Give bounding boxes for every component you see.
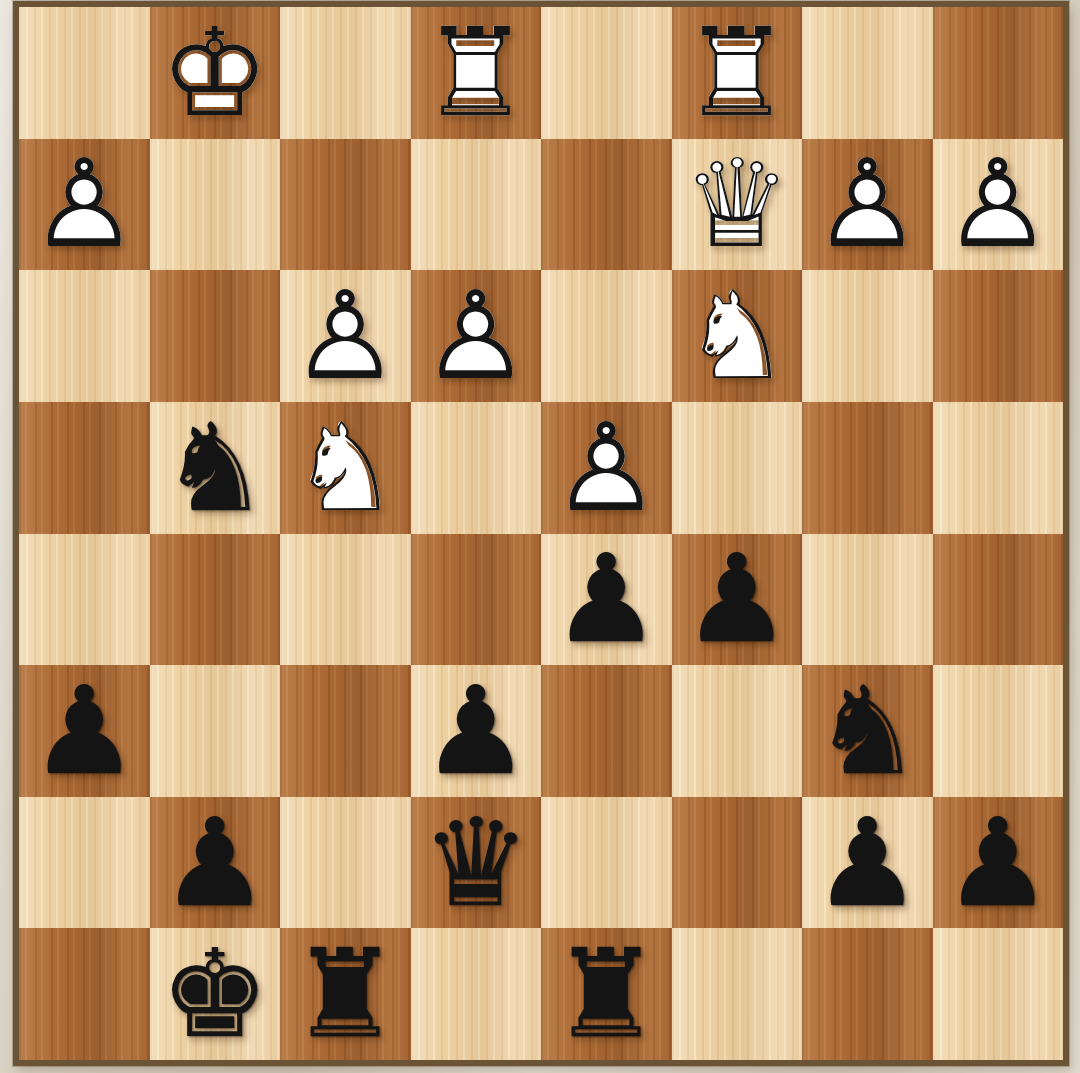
square-b5[interactable]	[802, 534, 933, 666]
white-queen-c2[interactable]: ♛♕	[672, 139, 803, 271]
square-h4[interactable]	[19, 402, 150, 534]
square-c1[interactable]: ♜♖	[672, 7, 803, 139]
square-b7[interactable]: ♟	[802, 797, 933, 929]
pawn-glyph: ♟	[552, 538, 661, 660]
pawn-outline-glyph: ♙	[421, 275, 530, 397]
square-d1[interactable]	[541, 7, 672, 139]
white-knight-c3[interactable]: ♞♘	[672, 270, 803, 402]
black-king-g8[interactable]: ♚	[150, 928, 281, 1060]
square-h6[interactable]: ♟	[19, 665, 150, 797]
white-pawn-d4[interactable]: ♟♙	[541, 402, 672, 534]
square-d5[interactable]: ♟	[541, 534, 672, 666]
square-f6[interactable]	[280, 665, 411, 797]
square-d8[interactable]: ♜	[541, 928, 672, 1060]
pawn-glyph: ♟	[813, 802, 922, 924]
black-queen-e7[interactable]: ♛	[411, 797, 542, 929]
square-d4[interactable]: ♟♙	[541, 402, 672, 534]
square-g7[interactable]: ♟	[150, 797, 281, 929]
black-pawn-e6[interactable]: ♟	[411, 665, 542, 797]
square-e1[interactable]: ♜♖	[411, 7, 542, 139]
square-b8[interactable]	[802, 928, 933, 1060]
square-e2[interactable]	[411, 139, 542, 271]
white-pawn-f3[interactable]: ♟♙	[280, 270, 411, 402]
chess-board-grid: ♚♔♜♖♜♖♟♙♛♕♟♙♟♙♟♙♟♙♞♘♞♞♘♟♙♟♟♟♟♞♟♛♟♟♚♜♜	[19, 7, 1063, 1060]
square-f8[interactable]: ♜	[280, 928, 411, 1060]
king-outline-glyph: ♔	[160, 12, 269, 134]
square-c5[interactable]: ♟	[672, 534, 803, 666]
square-f5[interactable]	[280, 534, 411, 666]
square-b2[interactable]: ♟♙	[802, 139, 933, 271]
square-h3[interactable]	[19, 270, 150, 402]
square-d2[interactable]	[541, 139, 672, 271]
square-e8[interactable]	[411, 928, 542, 1060]
pawn-outline-glyph: ♙	[943, 143, 1052, 265]
square-f2[interactable]	[280, 139, 411, 271]
pawn-glyph: ♟	[160, 802, 269, 924]
queen-glyph: ♛	[421, 802, 530, 924]
square-e6[interactable]: ♟	[411, 665, 542, 797]
white-pawn-e3[interactable]: ♟♙	[411, 270, 542, 402]
square-g4[interactable]: ♞	[150, 402, 281, 534]
knight-glyph: ♞	[160, 407, 269, 529]
square-a3[interactable]	[933, 270, 1064, 402]
square-e5[interactable]	[411, 534, 542, 666]
square-a8[interactable]	[933, 928, 1064, 1060]
black-pawn-b7[interactable]: ♟	[802, 797, 933, 929]
pawn-glyph: ♟	[682, 538, 791, 660]
square-b1[interactable]	[802, 7, 933, 139]
square-g5[interactable]	[150, 534, 281, 666]
king-glyph: ♚	[160, 933, 269, 1055]
knight-glyph: ♞	[813, 670, 922, 792]
square-a2[interactable]: ♟♙	[933, 139, 1064, 271]
black-knight-b6[interactable]: ♞	[802, 665, 933, 797]
square-c3[interactable]: ♞♘	[672, 270, 803, 402]
square-f1[interactable]	[280, 7, 411, 139]
square-a7[interactable]: ♟	[933, 797, 1064, 929]
pawn-outline-glyph: ♙	[291, 275, 400, 397]
white-rook-c1[interactable]: ♜♖	[672, 7, 803, 139]
chess-board: ♚♔♜♖♜♖♟♙♛♕♟♙♟♙♟♙♟♙♞♘♞♞♘♟♙♟♟♟♟♞♟♛♟♟♚♜♜	[13, 1, 1069, 1066]
pawn-outline-glyph: ♙	[30, 143, 139, 265]
black-pawn-d5[interactable]: ♟	[541, 534, 672, 666]
black-rook-d8[interactable]: ♜	[541, 928, 672, 1060]
square-f7[interactable]	[280, 797, 411, 929]
square-d6[interactable]	[541, 665, 672, 797]
square-b4[interactable]	[802, 402, 933, 534]
square-c7[interactable]	[672, 797, 803, 929]
rook-outline-glyph: ♖	[682, 12, 791, 134]
rook-outline-glyph: ♖	[421, 12, 530, 134]
white-pawn-h2[interactable]: ♟♙	[19, 139, 150, 271]
square-f4[interactable]: ♞♘	[280, 402, 411, 534]
square-g2[interactable]	[150, 139, 281, 271]
square-g1[interactable]: ♚♔	[150, 7, 281, 139]
pawn-outline-glyph: ♙	[552, 407, 661, 529]
pawn-glyph: ♟	[421, 670, 530, 792]
square-e3[interactable]: ♟♙	[411, 270, 542, 402]
square-d7[interactable]	[541, 797, 672, 929]
square-a6[interactable]	[933, 665, 1064, 797]
square-h7[interactable]	[19, 797, 150, 929]
square-h8[interactable]	[19, 928, 150, 1060]
pawn-glyph: ♟	[30, 670, 139, 792]
black-pawn-c5[interactable]: ♟	[672, 534, 803, 666]
queen-outline-glyph: ♕	[682, 143, 791, 265]
square-c6[interactable]	[672, 665, 803, 797]
square-h2[interactable]: ♟♙	[19, 139, 150, 271]
square-f3[interactable]: ♟♙	[280, 270, 411, 402]
square-c4[interactable]	[672, 402, 803, 534]
square-h1[interactable]	[19, 7, 150, 139]
white-pawn-a2[interactable]: ♟♙	[933, 139, 1064, 271]
black-pawn-a7[interactable]: ♟	[933, 797, 1064, 929]
rook-glyph: ♜	[552, 933, 661, 1055]
square-g8[interactable]: ♚	[150, 928, 281, 1060]
square-h5[interactable]	[19, 534, 150, 666]
square-a5[interactable]	[933, 534, 1064, 666]
rook-glyph: ♜	[291, 933, 400, 1055]
pawn-outline-glyph: ♙	[813, 143, 922, 265]
white-knight-f4[interactable]: ♞♘	[280, 402, 411, 534]
square-a4[interactable]	[933, 402, 1064, 534]
square-c8[interactable]	[672, 928, 803, 1060]
white-king-g1[interactable]: ♚♔	[150, 7, 281, 139]
square-b3[interactable]	[802, 270, 933, 402]
square-a1[interactable]	[933, 7, 1064, 139]
knight-outline-glyph: ♘	[682, 275, 791, 397]
white-rook-e1[interactable]: ♜♖	[411, 7, 542, 139]
square-g3[interactable]	[150, 270, 281, 402]
black-pawn-h6[interactable]: ♟	[19, 665, 150, 797]
square-c2[interactable]: ♛♕	[672, 139, 803, 271]
square-d3[interactable]	[541, 270, 672, 402]
white-pawn-b2[interactable]: ♟♙	[802, 139, 933, 271]
black-pawn-g7[interactable]: ♟	[150, 797, 281, 929]
square-e7[interactable]: ♛	[411, 797, 542, 929]
square-e4[interactable]	[411, 402, 542, 534]
black-rook-f8[interactable]: ♜	[280, 928, 411, 1060]
square-b6[interactable]: ♞	[802, 665, 933, 797]
pawn-glyph: ♟	[943, 802, 1052, 924]
knight-outline-glyph: ♘	[291, 407, 400, 529]
black-knight-g4[interactable]: ♞	[150, 402, 281, 534]
square-g6[interactable]	[150, 665, 281, 797]
